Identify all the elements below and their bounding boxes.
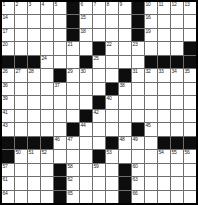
white-cell-r8c9[interactable]: 40 xyxy=(106,96,118,108)
white-cell-r10c7[interactable]: 44 xyxy=(80,123,92,135)
black-cell-r11c9 xyxy=(106,137,118,149)
black-cell-r11c14 xyxy=(171,137,183,149)
white-cell-r1c15[interactable]: 13 xyxy=(184,2,196,14)
black-cell-r15c10 xyxy=(119,191,131,203)
white-cell-r7c11[interactable] xyxy=(132,83,144,95)
white-cell-r13c3[interactable] xyxy=(28,164,40,176)
white-cell-r2c8[interactable] xyxy=(93,15,105,27)
white-cell-r8c4[interactable] xyxy=(41,96,53,108)
white-cell-r15c14[interactable] xyxy=(171,191,183,203)
white-cell-r10c12[interactable]: 45 xyxy=(145,123,157,135)
black-cell-r5c12 xyxy=(145,56,157,68)
white-cell-r9c6[interactable] xyxy=(67,110,79,122)
white-cell-r13c7[interactable] xyxy=(80,164,92,176)
white-cell-r9c3[interactable] xyxy=(28,110,40,122)
white-cell-r4c4[interactable] xyxy=(41,42,53,54)
white-cell-r3c1[interactable]: 17 xyxy=(2,29,14,41)
white-cell-r7c14[interactable] xyxy=(171,83,183,95)
white-cell-r6c8[interactable] xyxy=(93,69,105,81)
clue-number-15: 15 xyxy=(81,15,86,20)
white-cell-r8c11[interactable] xyxy=(132,96,144,108)
white-cell-r4c14[interactable] xyxy=(171,42,183,54)
clue-number-30: 30 xyxy=(81,69,86,74)
white-cell-r7c8[interactable] xyxy=(93,83,105,95)
white-cell-r9c15[interactable] xyxy=(184,110,196,122)
clue-number-17: 17 xyxy=(3,29,8,34)
white-cell-r6c9[interactable] xyxy=(106,69,118,81)
white-cell-r15c15[interactable] xyxy=(184,191,196,203)
white-cell-r3c13[interactable] xyxy=(158,29,170,41)
white-cell-r8c7[interactable] xyxy=(80,96,92,108)
clue-number-66: 66 xyxy=(133,191,138,196)
white-cell-r13c15[interactable] xyxy=(184,164,196,176)
white-cell-r1c2[interactable]: 2 xyxy=(15,2,27,14)
white-cell-r12c13[interactable]: 54 xyxy=(158,150,170,162)
white-cell-r11c10[interactable]: 48 xyxy=(119,137,131,149)
white-cell-r15c13[interactable] xyxy=(158,191,170,203)
clue-number-58: 58 xyxy=(68,164,73,169)
white-cell-r6c11[interactable]: 31 xyxy=(132,69,144,81)
white-cell-r14c12[interactable] xyxy=(145,177,157,189)
clue-number-53: 53 xyxy=(107,150,112,155)
white-cell-r3c3[interactable] xyxy=(28,29,40,41)
white-cell-r7c1[interactable]: 36 xyxy=(2,83,14,95)
white-cell-r5c8[interactable]: 25 xyxy=(93,56,105,68)
white-cell-r4c10[interactable] xyxy=(119,42,131,54)
clue-number-9: 9 xyxy=(120,2,123,7)
black-cell-r4c15 xyxy=(184,42,196,54)
white-cell-r12c12[interactable] xyxy=(145,150,157,162)
white-cell-r14c2[interactable] xyxy=(15,177,27,189)
white-cell-r4c9[interactable]: 22 xyxy=(106,42,118,54)
clue-number-39: 39 xyxy=(3,96,8,101)
white-cell-r5c9[interactable] xyxy=(106,56,118,68)
clue-number-48: 48 xyxy=(120,137,125,142)
clue-number-45: 45 xyxy=(146,123,151,128)
black-cell-r14c10 xyxy=(119,177,131,189)
white-cell-r10c3[interactable] xyxy=(28,123,40,135)
clue-number-14: 14 xyxy=(3,15,8,20)
clue-number-26: 26 xyxy=(3,69,8,74)
black-cell-r4c8 xyxy=(93,42,105,54)
white-cell-r10c14[interactable] xyxy=(171,123,183,135)
white-cell-r10c15[interactable] xyxy=(184,123,196,135)
white-cell-r10c2[interactable] xyxy=(15,123,27,135)
white-cell-r10c5[interactable] xyxy=(54,123,66,135)
white-cell-r15c7[interactable] xyxy=(80,191,92,203)
white-cell-r7c5[interactable]: 37 xyxy=(54,83,66,95)
white-cell-r8c15[interactable] xyxy=(184,96,196,108)
clue-number-60: 60 xyxy=(133,164,138,169)
black-cell-r13c10 xyxy=(119,164,131,176)
clue-number-25: 25 xyxy=(94,56,99,61)
clue-number-29: 29 xyxy=(68,69,73,74)
clue-number-5: 5 xyxy=(55,2,58,7)
white-cell-r10c8[interactable] xyxy=(93,123,105,135)
white-cell-r14c6[interactable]: 62 xyxy=(67,177,79,189)
white-cell-r12c15[interactable]: 56 xyxy=(184,150,196,162)
white-cell-r2c14[interactable] xyxy=(171,15,183,27)
white-cell-r14c1[interactable]: 61 xyxy=(2,177,14,189)
clue-number-28: 28 xyxy=(29,69,34,74)
clue-number-20: 20 xyxy=(3,42,8,47)
clue-number-27: 27 xyxy=(16,69,21,74)
white-cell-r3c12[interactable]: 19 xyxy=(145,29,157,41)
white-cell-r8c5[interactable] xyxy=(54,96,66,108)
white-cell-r2c1[interactable]: 14 xyxy=(2,15,14,27)
black-cell-r11c4 xyxy=(41,137,53,149)
black-cell-r3c6 xyxy=(67,29,79,41)
white-cell-r9c2[interactable] xyxy=(15,110,27,122)
black-cell-r11c13 xyxy=(158,137,170,149)
white-cell-r13c2[interactable] xyxy=(15,164,27,176)
white-cell-r3c9[interactable] xyxy=(106,29,118,41)
white-cell-r4c12[interactable] xyxy=(145,42,157,54)
white-cell-r1c14[interactable]: 12 xyxy=(171,2,183,14)
clue-number-49: 49 xyxy=(133,137,138,142)
white-cell-r14c9[interactable] xyxy=(106,177,118,189)
clue-number-65: 65 xyxy=(68,191,73,196)
black-cell-r9c7 xyxy=(80,110,92,122)
clue-number-3: 3 xyxy=(29,2,32,7)
white-cell-r2c7[interactable]: 15 xyxy=(80,15,92,27)
white-cell-r7c6[interactable] xyxy=(67,83,79,95)
clue-number-7: 7 xyxy=(94,2,97,7)
clue-number-62: 62 xyxy=(68,177,73,182)
white-cell-r5c5[interactable] xyxy=(54,56,66,68)
white-cell-r6c15[interactable]: 35 xyxy=(184,69,196,81)
white-cell-r15c9[interactable] xyxy=(106,191,118,203)
clue-number-46: 46 xyxy=(55,137,60,142)
black-cell-r11c15 xyxy=(184,137,196,149)
white-cell-r3c14[interactable] xyxy=(171,29,183,41)
white-cell-r10c9[interactable] xyxy=(106,123,118,135)
white-cell-r7c12[interactable] xyxy=(145,83,157,95)
white-cell-r2c15[interactable] xyxy=(184,15,196,27)
crossword-grid: 1234567891011121314151617181920212223242… xyxy=(0,0,198,205)
clue-number-33: 33 xyxy=(159,69,164,74)
clue-number-59: 59 xyxy=(94,164,99,169)
clue-number-4: 4 xyxy=(42,2,45,7)
black-cell-r2c6 xyxy=(67,15,79,27)
white-cell-r14c11[interactable]: 63 xyxy=(132,177,144,189)
white-cell-r5c11[interactable] xyxy=(132,56,144,68)
white-cell-r15c12[interactable] xyxy=(145,191,157,203)
white-cell-r3c7[interactable]: 18 xyxy=(80,29,92,41)
white-cell-r2c9[interactable] xyxy=(106,15,118,27)
clue-number-21: 21 xyxy=(68,42,73,47)
white-cell-r1c1[interactable]: 1 xyxy=(2,2,14,14)
white-cell-r8c1[interactable]: 39 xyxy=(2,96,14,108)
white-cell-r9c14[interactable] xyxy=(171,110,183,122)
white-cell-r15c1[interactable]: 64 xyxy=(2,191,14,203)
black-cell-r5c1 xyxy=(2,56,14,68)
white-cell-r1c4[interactable]: 4 xyxy=(41,2,53,14)
white-cell-r1c8[interactable]: 7 xyxy=(93,2,105,14)
white-cell-r6c2[interactable]: 27 xyxy=(15,69,27,81)
black-cell-r10c6 xyxy=(67,123,79,135)
white-cell-r14c8[interactable] xyxy=(93,177,105,189)
white-cell-r7c15[interactable] xyxy=(184,83,196,95)
clue-number-44: 44 xyxy=(81,123,86,128)
white-cell-r3c2[interactable] xyxy=(15,29,27,41)
black-cell-r5c14 xyxy=(171,56,183,68)
white-cell-r13c14[interactable] xyxy=(171,164,183,176)
white-cell-r2c3[interactable] xyxy=(28,15,40,27)
white-cell-r4c7[interactable] xyxy=(80,42,92,54)
white-cell-r2c4[interactable] xyxy=(41,15,53,27)
white-cell-r13c1[interactable]: 57 xyxy=(2,164,14,176)
white-cell-r12c6[interactable] xyxy=(67,150,79,162)
black-cell-r6c5 xyxy=(54,69,66,81)
white-cell-r6c7[interactable]: 30 xyxy=(80,69,92,81)
white-cell-r9c1[interactable]: 41 xyxy=(2,110,14,122)
black-cell-r11c3 xyxy=(28,137,40,149)
black-cell-r5c7 xyxy=(80,56,92,68)
clue-number-19: 19 xyxy=(146,29,151,34)
white-cell-r4c2[interactable] xyxy=(15,42,27,54)
white-cell-r9c13[interactable] xyxy=(158,110,170,122)
white-cell-r14c7[interactable] xyxy=(80,177,92,189)
white-cell-r5c4[interactable]: 24 xyxy=(41,56,53,68)
clue-number-55: 55 xyxy=(172,150,177,155)
clue-number-24: 24 xyxy=(42,56,47,61)
black-cell-r5c3 xyxy=(28,56,40,68)
clue-number-42: 42 xyxy=(94,110,99,115)
white-cell-r3c15[interactable] xyxy=(184,29,196,41)
white-cell-r1c10[interactable]: 9 xyxy=(119,2,131,14)
white-cell-r15c11[interactable]: 66 xyxy=(132,191,144,203)
white-cell-r1c5[interactable]: 5 xyxy=(54,2,66,14)
white-cell-r14c13[interactable] xyxy=(158,177,170,189)
black-cell-r8c8 xyxy=(93,96,105,108)
clue-number-6: 6 xyxy=(81,2,84,7)
white-cell-r10c13[interactable] xyxy=(158,123,170,135)
white-cell-r12c4[interactable]: 52 xyxy=(41,150,53,162)
white-cell-r9c12[interactable] xyxy=(145,110,157,122)
white-cell-r10c1[interactable]: 43 xyxy=(2,123,14,135)
clue-number-12: 12 xyxy=(172,2,177,7)
clue-number-2: 2 xyxy=(16,2,19,7)
white-cell-r8c12[interactable] xyxy=(145,96,157,108)
white-cell-r6c4[interactable] xyxy=(41,69,53,81)
white-cell-r4c3[interactable] xyxy=(28,42,40,54)
white-cell-r4c13[interactable] xyxy=(158,42,170,54)
black-cell-r3c11 xyxy=(132,29,144,41)
white-cell-r2c12[interactable]: 16 xyxy=(145,15,157,27)
clue-number-23: 23 xyxy=(133,42,138,47)
white-cell-r12c5[interactable] xyxy=(54,150,66,162)
white-cell-r6c3[interactable]: 28 xyxy=(28,69,40,81)
white-cell-r13c8[interactable]: 59 xyxy=(93,164,105,176)
white-cell-r8c6[interactable] xyxy=(67,96,79,108)
white-cell-r2c13[interactable] xyxy=(158,15,170,27)
white-cell-r2c2[interactable] xyxy=(15,15,27,27)
white-cell-r8c13[interactable] xyxy=(158,96,170,108)
black-cell-r7c9 xyxy=(106,83,118,95)
white-cell-r9c8[interactable]: 42 xyxy=(93,110,105,122)
white-cell-r5c6[interactable] xyxy=(67,56,79,68)
white-cell-r13c11[interactable]: 60 xyxy=(132,164,144,176)
white-cell-r4c11[interactable]: 23 xyxy=(132,42,144,54)
black-cell-r6c10 xyxy=(119,69,131,81)
white-cell-r4c6[interactable]: 21 xyxy=(67,42,79,54)
clue-number-52: 52 xyxy=(42,150,47,155)
white-cell-r8c3[interactable] xyxy=(28,96,40,108)
white-cell-r15c8[interactable] xyxy=(93,191,105,203)
white-cell-r14c4[interactable] xyxy=(41,177,53,189)
black-cell-r1c6 xyxy=(67,2,79,14)
white-cell-r13c12[interactable] xyxy=(145,164,157,176)
clue-number-64: 64 xyxy=(3,191,8,196)
white-cell-r11c8[interactable] xyxy=(93,137,105,149)
white-cell-r9c4[interactable] xyxy=(41,110,53,122)
white-cell-r14c15[interactable] xyxy=(184,177,196,189)
white-cell-r8c14[interactable] xyxy=(171,96,183,108)
clue-number-32: 32 xyxy=(146,69,151,74)
white-cell-r11c12[interactable] xyxy=(145,137,157,149)
black-cell-r5c2 xyxy=(15,56,27,68)
white-cell-r11c6[interactable]: 47 xyxy=(67,137,79,149)
white-cell-r1c9[interactable]: 8 xyxy=(106,2,118,14)
white-cell-r11c5[interactable]: 46 xyxy=(54,137,66,149)
clue-number-51: 51 xyxy=(29,150,34,155)
clue-number-43: 43 xyxy=(3,123,8,128)
clue-number-41: 41 xyxy=(3,110,8,115)
white-cell-r14c14[interactable] xyxy=(171,177,183,189)
white-cell-r9c5[interactable] xyxy=(54,110,66,122)
white-cell-r12c3[interactable]: 51 xyxy=(28,150,40,162)
white-cell-r12c9[interactable]: 53 xyxy=(106,150,118,162)
white-cell-r7c4[interactable] xyxy=(41,83,53,95)
white-cell-r9c9[interactable] xyxy=(106,110,118,122)
clue-number-56: 56 xyxy=(185,150,190,155)
white-cell-r1c12[interactable]: 10 xyxy=(145,2,157,14)
white-cell-r15c2[interactable] xyxy=(15,191,27,203)
clue-number-31: 31 xyxy=(133,69,138,74)
white-cell-r7c3[interactable] xyxy=(28,83,40,95)
white-cell-r1c13[interactable]: 11 xyxy=(158,2,170,14)
white-cell-r2c10[interactable] xyxy=(119,15,131,27)
clue-number-11: 11 xyxy=(159,2,164,7)
white-cell-r6c14[interactable]: 34 xyxy=(171,69,183,81)
clue-number-36: 36 xyxy=(3,83,8,88)
clue-number-63: 63 xyxy=(133,177,138,182)
black-cell-r12c8 xyxy=(93,150,105,162)
white-cell-r3c4[interactable] xyxy=(41,29,53,41)
white-cell-r9c10[interactable] xyxy=(119,110,131,122)
black-cell-r13c5 xyxy=(54,164,66,176)
black-cell-r11c1 xyxy=(2,137,14,149)
black-cell-r2c11 xyxy=(132,15,144,27)
clue-number-10: 10 xyxy=(146,2,151,7)
white-cell-r8c10[interactable] xyxy=(119,96,131,108)
white-cell-r3c8[interactable] xyxy=(93,29,105,41)
clue-number-38: 38 xyxy=(120,83,125,88)
clue-number-22: 22 xyxy=(107,42,112,47)
clue-number-34: 34 xyxy=(172,69,177,74)
clue-number-35: 35 xyxy=(185,69,190,74)
white-cell-r12c2[interactable]: 50 xyxy=(15,150,27,162)
clue-number-50: 50 xyxy=(16,150,21,155)
clue-number-18: 18 xyxy=(81,29,86,34)
black-cell-r1c11 xyxy=(132,2,144,14)
black-cell-r10c11 xyxy=(132,123,144,135)
white-cell-r12c14[interactable]: 55 xyxy=(171,150,183,162)
clue-number-37: 37 xyxy=(55,83,60,88)
clue-number-13: 13 xyxy=(185,2,190,7)
clue-number-1: 1 xyxy=(3,2,6,7)
white-cell-r6c1[interactable]: 26 xyxy=(2,69,14,81)
white-cell-r15c3[interactable] xyxy=(28,191,40,203)
white-cell-r1c3[interactable]: 3 xyxy=(28,2,40,14)
white-cell-r15c4[interactable] xyxy=(41,191,53,203)
black-cell-r5c15 xyxy=(184,56,196,68)
white-cell-r1c7[interactable]: 6 xyxy=(80,2,92,14)
white-cell-r7c10[interactable]: 38 xyxy=(119,83,131,95)
white-cell-r3c10[interactable] xyxy=(119,29,131,41)
white-cell-r6c13[interactable]: 33 xyxy=(158,69,170,81)
white-cell-r5c10[interactable] xyxy=(119,56,131,68)
white-cell-r12c10[interactable] xyxy=(119,150,131,162)
white-cell-r13c6[interactable]: 58 xyxy=(67,164,79,176)
black-cell-r11c2 xyxy=(15,137,27,149)
clue-number-47: 47 xyxy=(68,137,73,142)
white-cell-r4c1[interactable]: 20 xyxy=(2,42,14,54)
clue-number-8: 8 xyxy=(107,2,110,7)
clue-number-57: 57 xyxy=(3,164,8,169)
white-cell-r6c12[interactable]: 32 xyxy=(145,69,157,81)
white-cell-r11c11[interactable]: 49 xyxy=(132,137,144,149)
white-cell-r7c7[interactable] xyxy=(80,83,92,95)
white-cell-r14c3[interactable] xyxy=(28,177,40,189)
white-cell-r10c10[interactable] xyxy=(119,123,131,135)
white-cell-r12c7[interactable] xyxy=(80,150,92,162)
white-cell-r10c4[interactable] xyxy=(41,123,53,135)
white-cell-r13c4[interactable] xyxy=(41,164,53,176)
white-cell-r15c6[interactable]: 65 xyxy=(67,191,79,203)
white-cell-r13c13[interactable] xyxy=(158,164,170,176)
white-cell-r13c9[interactable] xyxy=(106,164,118,176)
white-cell-r3c5[interactable] xyxy=(54,29,66,41)
white-cell-r11c7[interactable] xyxy=(80,137,92,149)
black-cell-r15c5 xyxy=(54,191,66,203)
white-cell-r7c13[interactable] xyxy=(158,83,170,95)
white-cell-r2c5[interactable] xyxy=(54,15,66,27)
white-cell-r8c2[interactable] xyxy=(15,96,27,108)
black-cell-r14c5 xyxy=(54,177,66,189)
clue-number-40: 40 xyxy=(107,96,112,101)
white-cell-r9c11[interactable] xyxy=(132,110,144,122)
white-cell-r4c5[interactable] xyxy=(54,42,66,54)
white-cell-r7c2[interactable] xyxy=(15,83,27,95)
clue-number-61: 61 xyxy=(3,177,8,182)
black-cell-r12c1 xyxy=(2,150,14,162)
black-cell-r5c13 xyxy=(158,56,170,68)
clue-number-16: 16 xyxy=(146,15,151,20)
clue-number-54: 54 xyxy=(159,150,164,155)
white-cell-r6c6[interactable]: 29 xyxy=(67,69,79,81)
white-cell-r12c11[interactable] xyxy=(132,150,144,162)
